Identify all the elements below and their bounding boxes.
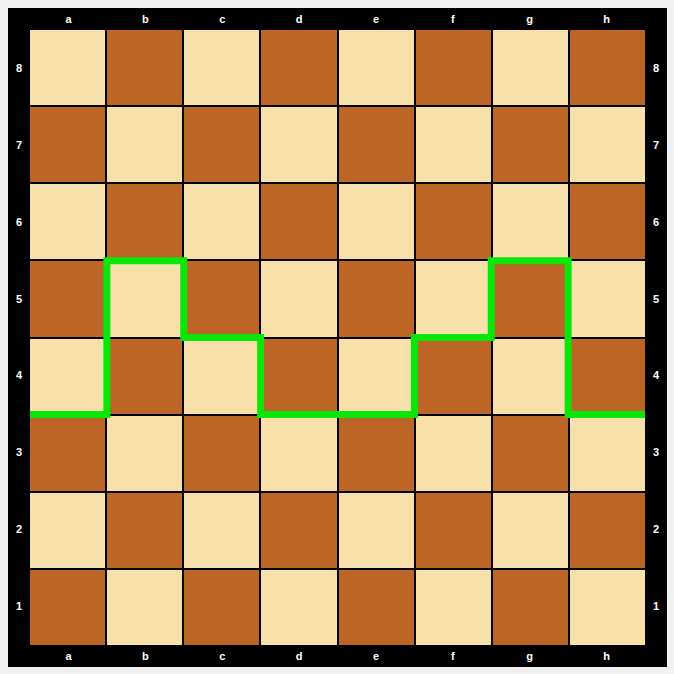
square-e7[interactable] xyxy=(339,107,414,182)
square-g1[interactable] xyxy=(493,570,568,645)
rank-label-8: 8 xyxy=(645,30,667,107)
square-e5[interactable] xyxy=(339,261,414,336)
square-g5[interactable] xyxy=(493,261,568,336)
square-d1[interactable] xyxy=(261,570,336,645)
rank-label-2: 2 xyxy=(8,491,30,568)
square-f2[interactable] xyxy=(416,493,491,568)
file-label-f: f xyxy=(414,645,491,667)
rank-labels-left: 87654321 xyxy=(8,30,30,645)
file-label-d: d xyxy=(261,645,338,667)
square-c4[interactable] xyxy=(184,339,259,414)
square-d7[interactable] xyxy=(261,107,336,182)
file-label-g: g xyxy=(491,645,568,667)
square-a7[interactable] xyxy=(30,107,105,182)
square-c8[interactable] xyxy=(184,30,259,105)
file-labels-bottom: abcdefgh xyxy=(30,645,645,667)
rank-label-5: 5 xyxy=(8,261,30,338)
square-f3[interactable] xyxy=(416,416,491,491)
square-d4[interactable] xyxy=(261,339,336,414)
file-label-c: c xyxy=(184,645,261,667)
square-f5[interactable] xyxy=(416,261,491,336)
square-c5[interactable] xyxy=(184,261,259,336)
file-label-f: f xyxy=(414,8,491,30)
rank-label-6: 6 xyxy=(8,184,30,261)
square-c2[interactable] xyxy=(184,493,259,568)
rank-label-4: 4 xyxy=(8,338,30,415)
square-c7[interactable] xyxy=(184,107,259,182)
square-b8[interactable] xyxy=(107,30,182,105)
rank-label-5: 5 xyxy=(645,261,667,338)
square-d5[interactable] xyxy=(261,261,336,336)
square-d8[interactable] xyxy=(261,30,336,105)
square-g7[interactable] xyxy=(493,107,568,182)
file-label-c: c xyxy=(184,8,261,30)
square-f6[interactable] xyxy=(416,184,491,259)
square-f1[interactable] xyxy=(416,570,491,645)
square-h4[interactable] xyxy=(570,339,645,414)
rank-label-1: 1 xyxy=(8,568,30,645)
square-h6[interactable] xyxy=(570,184,645,259)
rank-label-7: 7 xyxy=(645,107,667,184)
square-g4[interactable] xyxy=(493,339,568,414)
square-a8[interactable] xyxy=(30,30,105,105)
square-h2[interactable] xyxy=(570,493,645,568)
square-b6[interactable] xyxy=(107,184,182,259)
file-label-a: a xyxy=(30,8,107,30)
square-d6[interactable] xyxy=(261,184,336,259)
file-labels-top: abcdefgh xyxy=(30,8,645,30)
square-c1[interactable] xyxy=(184,570,259,645)
file-label-a: a xyxy=(30,645,107,667)
file-label-b: b xyxy=(107,645,184,667)
square-b5[interactable] xyxy=(107,261,182,336)
square-d3[interactable] xyxy=(261,416,336,491)
square-e1[interactable] xyxy=(339,570,414,645)
square-e4[interactable] xyxy=(339,339,414,414)
square-h7[interactable] xyxy=(570,107,645,182)
square-b2[interactable] xyxy=(107,493,182,568)
square-a6[interactable] xyxy=(30,184,105,259)
square-f8[interactable] xyxy=(416,30,491,105)
file-label-d: d xyxy=(261,8,338,30)
square-b4[interactable] xyxy=(107,339,182,414)
square-h8[interactable] xyxy=(570,30,645,105)
file-label-e: e xyxy=(338,8,415,30)
square-c6[interactable] xyxy=(184,184,259,259)
rank-label-2: 2 xyxy=(645,491,667,568)
square-g2[interactable] xyxy=(493,493,568,568)
chess-board-frame: abcdefgh abcdefgh 87654321 87654321 xyxy=(8,8,667,667)
file-label-h: h xyxy=(568,8,645,30)
square-e6[interactable] xyxy=(339,184,414,259)
square-b3[interactable] xyxy=(107,416,182,491)
square-a4[interactable] xyxy=(30,339,105,414)
rank-label-8: 8 xyxy=(8,30,30,107)
rank-label-3: 3 xyxy=(8,414,30,491)
chess-board xyxy=(30,30,645,645)
rank-label-4: 4 xyxy=(645,338,667,415)
file-label-e: e xyxy=(338,645,415,667)
square-a3[interactable] xyxy=(30,416,105,491)
square-e8[interactable] xyxy=(339,30,414,105)
rank-label-1: 1 xyxy=(645,568,667,645)
file-label-b: b xyxy=(107,8,184,30)
file-label-g: g xyxy=(491,8,568,30)
square-g8[interactable] xyxy=(493,30,568,105)
file-label-h: h xyxy=(568,645,645,667)
square-b7[interactable] xyxy=(107,107,182,182)
rank-label-3: 3 xyxy=(645,414,667,491)
rank-label-7: 7 xyxy=(8,107,30,184)
square-e3[interactable] xyxy=(339,416,414,491)
square-g6[interactable] xyxy=(493,184,568,259)
square-e2[interactable] xyxy=(339,493,414,568)
square-h5[interactable] xyxy=(570,261,645,336)
square-d2[interactable] xyxy=(261,493,336,568)
square-b1[interactable] xyxy=(107,570,182,645)
square-f7[interactable] xyxy=(416,107,491,182)
square-f4[interactable] xyxy=(416,339,491,414)
square-c3[interactable] xyxy=(184,416,259,491)
rank-labels-right: 87654321 xyxy=(645,30,667,645)
square-h3[interactable] xyxy=(570,416,645,491)
square-a1[interactable] xyxy=(30,570,105,645)
square-h1[interactable] xyxy=(570,570,645,645)
square-a5[interactable] xyxy=(30,261,105,336)
square-a2[interactable] xyxy=(30,493,105,568)
square-g3[interactable] xyxy=(493,416,568,491)
rank-label-6: 6 xyxy=(645,184,667,261)
